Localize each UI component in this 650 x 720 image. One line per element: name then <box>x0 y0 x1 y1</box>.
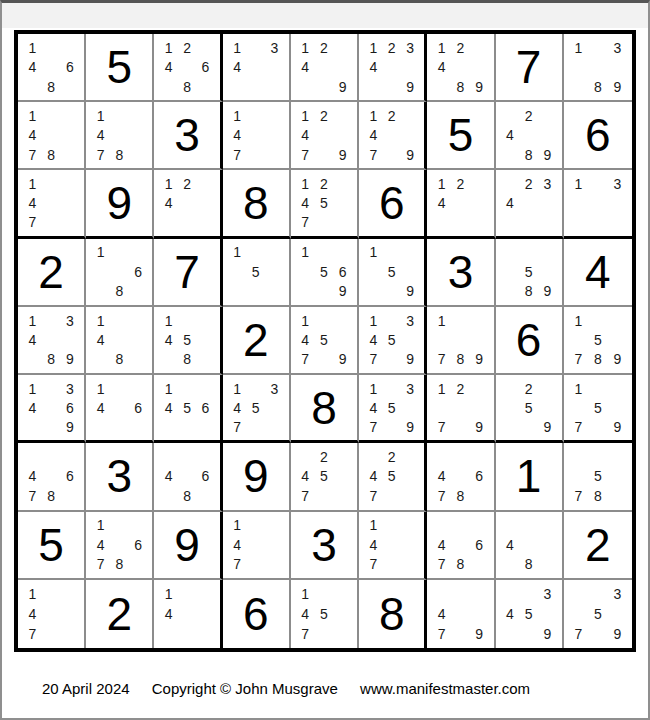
empty-slot <box>315 584 334 604</box>
empty-slot <box>23 417 42 436</box>
candidate-9: 9 <box>401 145 419 164</box>
cell-r8c5[interactable]: 3 <box>291 512 359 580</box>
candidate-grid: 1478 <box>18 102 84 168</box>
empty-slot <box>42 38 61 57</box>
candidate-2: 2 <box>383 447 401 466</box>
candidate-grid: 146 <box>86 375 152 440</box>
cell-r2c5[interactable]: 12479 <box>291 102 359 170</box>
candidate-grid: 2457 <box>291 443 357 509</box>
candidate-8: 8 <box>110 281 129 300</box>
candidate-4: 4 <box>364 467 382 486</box>
empty-slot <box>451 417 470 436</box>
cell-r5c2[interactable]: 148 <box>86 307 154 375</box>
candidate-1: 1 <box>296 174 315 193</box>
empty-slot <box>383 486 401 505</box>
cell-r5c8[interactable]: 6 <box>496 307 564 375</box>
candidate-6: 6 <box>60 467 79 486</box>
empty-slot <box>110 330 129 349</box>
cell-r5c1[interactable]: 13489 <box>18 307 86 375</box>
candidate-grid: 1279 <box>427 375 493 440</box>
empty-slot <box>60 174 79 193</box>
cell-r3c8[interactable]: 234 <box>496 170 564 238</box>
candidate-1: 1 <box>364 379 382 398</box>
cell-value: 2 <box>18 239 84 305</box>
empty-slot <box>228 262 247 281</box>
cell-r3c6[interactable]: 6 <box>359 170 427 238</box>
cell-r4c6[interactable]: 159 <box>359 239 427 307</box>
cell-r8c3[interactable]: 9 <box>154 512 222 580</box>
cell-r3c3[interactable]: 124 <box>154 170 222 238</box>
cell-r8c2[interactable]: 14678 <box>86 512 154 580</box>
candidate-7: 7 <box>364 554 382 573</box>
empty-slot <box>60 38 79 57</box>
candidate-3: 3 <box>401 379 419 398</box>
candidate-1: 1 <box>569 38 588 57</box>
empty-slot <box>608 398 627 417</box>
cell-r9c7[interactable]: 479 <box>427 580 495 648</box>
cell-r5c6[interactable]: 134579 <box>359 307 427 375</box>
cell-r3c7[interactable]: 124 <box>427 170 495 238</box>
empty-slot <box>451 516 470 535</box>
cell-r1c3[interactable]: 12468 <box>154 34 222 102</box>
empty-slot <box>129 311 148 330</box>
empty-slot <box>42 417 61 436</box>
empty-slot <box>470 330 489 349</box>
empty-slot <box>501 106 520 125</box>
empty-slot <box>42 106 61 125</box>
candidate-grid: 159 <box>359 239 424 305</box>
empty-slot <box>265 77 284 96</box>
cell-r7c2[interactable]: 3 <box>86 443 154 511</box>
footer-date: 20 April 2024 <box>42 680 130 697</box>
empty-slot <box>265 398 284 417</box>
empty-slot <box>42 213 61 232</box>
cell-r9c9[interactable]: 3579 <box>564 580 632 648</box>
candidate-7: 7 <box>364 486 382 505</box>
empty-slot <box>519 213 538 232</box>
candidate-grid: 48 <box>496 512 562 578</box>
cell-r8c6[interactable]: 147 <box>359 512 427 580</box>
empty-slot <box>401 398 419 417</box>
cell-r6c7[interactable]: 1279 <box>427 375 495 443</box>
cell-r3c4[interactable]: 8 <box>223 170 291 238</box>
empty-slot <box>451 311 470 330</box>
candidate-9: 9 <box>538 417 557 436</box>
cell-r4c2[interactable]: 168 <box>86 239 154 307</box>
candidate-7: 7 <box>432 417 451 436</box>
candidate-grid: 234 <box>496 170 562 235</box>
empty-slot <box>91 350 110 369</box>
empty-slot <box>315 243 334 262</box>
empty-slot <box>470 379 489 398</box>
cell-r9c5[interactable]: 1457 <box>291 580 359 648</box>
cell-r6c8[interactable]: 259 <box>496 375 564 443</box>
empty-slot <box>383 281 401 300</box>
candidate-grid: 14678 <box>86 512 152 578</box>
candidate-6: 6 <box>470 467 489 486</box>
candidate-1: 1 <box>159 584 177 604</box>
candidate-8: 8 <box>178 350 196 369</box>
empty-slot <box>315 77 334 96</box>
empty-slot <box>470 398 489 417</box>
candidate-4: 4 <box>159 57 177 76</box>
cell-r1c1[interactable]: 1468 <box>18 34 86 102</box>
cell-r2c4[interactable]: 147 <box>223 102 291 170</box>
cell-value: 9 <box>154 512 219 578</box>
cell-r5c9[interactable]: 15789 <box>564 307 632 375</box>
empty-slot <box>42 194 61 213</box>
cell-r1c8[interactable]: 7 <box>496 34 564 102</box>
cell-r3c1[interactable]: 147 <box>18 170 86 238</box>
candidate-8: 8 <box>42 350 61 369</box>
cell-r3c2[interactable]: 9 <box>86 170 154 238</box>
empty-slot <box>333 486 352 505</box>
empty-slot <box>196 38 214 57</box>
cell-r4c9[interactable]: 4 <box>564 239 632 307</box>
candidate-1: 1 <box>23 584 42 604</box>
candidate-3: 3 <box>265 38 284 57</box>
cell-r2c3[interactable]: 3 <box>154 102 222 170</box>
empty-slot <box>569 584 588 604</box>
cell-r1c7[interactable]: 12489 <box>427 34 495 102</box>
candidate-grid: 147 <box>223 102 289 168</box>
empty-slot <box>451 535 470 554</box>
cell-r2c1[interactable]: 1478 <box>18 102 86 170</box>
cell-r6c6[interactable]: 134579 <box>359 375 427 443</box>
candidate-1: 1 <box>364 106 382 125</box>
empty-slot <box>315 350 334 369</box>
cell-r4c7[interactable]: 3 <box>427 239 495 307</box>
cell-r4c4[interactable]: 15 <box>223 239 291 307</box>
candidate-grid: 13457 <box>223 375 289 440</box>
candidate-4: 4 <box>91 330 110 349</box>
cell-r9c3[interactable]: 14 <box>154 580 222 648</box>
cell-r7c3[interactable]: 468 <box>154 443 222 511</box>
candidate-grid: 2489 <box>496 102 562 168</box>
empty-slot <box>196 604 214 624</box>
cell-r6c4[interactable]: 13457 <box>223 375 291 443</box>
empty-slot <box>501 174 520 193</box>
cell-r7c9[interactable]: 578 <box>564 443 632 511</box>
candidate-7: 7 <box>432 350 451 369</box>
cell-r7c4[interactable]: 9 <box>223 443 291 511</box>
empty-slot <box>333 584 352 604</box>
cell-value: 7 <box>496 34 562 100</box>
empty-slot <box>42 467 61 486</box>
candidate-5: 5 <box>178 330 196 349</box>
cell-r9c1[interactable]: 147 <box>18 580 86 648</box>
candidate-9: 9 <box>538 624 557 644</box>
candidate-grid: 134579 <box>359 375 424 440</box>
empty-slot <box>228 281 247 300</box>
cell-r1c6[interactable]: 12349 <box>359 34 427 102</box>
candidate-1: 1 <box>364 38 382 57</box>
candidate-9: 9 <box>470 624 489 644</box>
candidate-grid: 14 <box>154 580 219 648</box>
cell-r8c9[interactable]: 2 <box>564 512 632 580</box>
candidate-7: 7 <box>23 624 42 644</box>
empty-slot <box>432 398 451 417</box>
candidate-4: 4 <box>228 126 247 145</box>
candidate-1: 1 <box>296 38 315 57</box>
candidate-7: 7 <box>569 350 588 369</box>
candidate-1: 1 <box>569 174 588 193</box>
candidate-5: 5 <box>315 194 334 213</box>
empty-slot <box>333 174 352 193</box>
empty-slot <box>432 516 451 535</box>
empty-slot <box>42 174 61 193</box>
empty-slot <box>519 194 538 213</box>
empty-slot <box>196 584 214 604</box>
cell-r9c6[interactable]: 8 <box>359 580 427 648</box>
candidate-5: 5 <box>246 262 265 281</box>
candidate-grid: 12479 <box>359 102 424 168</box>
candidate-1: 1 <box>296 243 315 262</box>
cell-r2c2[interactable]: 1478 <box>86 102 154 170</box>
candidate-grid: 147 <box>359 512 424 578</box>
empty-slot <box>608 330 627 349</box>
cell-r8c4[interactable]: 147 <box>223 512 291 580</box>
empty-slot <box>23 77 42 96</box>
candidate-7: 7 <box>296 486 315 505</box>
cell-r3c5[interactable]: 12457 <box>291 170 359 238</box>
cell-r5c4[interactable]: 2 <box>223 307 291 375</box>
empty-slot <box>501 243 520 262</box>
cell-r1c4[interactable]: 134 <box>223 34 291 102</box>
candidate-4: 4 <box>501 194 520 213</box>
cell-r4c5[interactable]: 1569 <box>291 239 359 307</box>
cell-r1c9[interactable]: 1389 <box>564 34 632 102</box>
candidate-9: 9 <box>333 77 352 96</box>
cell-r7c5[interactable]: 2457 <box>291 443 359 511</box>
cell-r4c8[interactable]: 589 <box>496 239 564 307</box>
empty-slot <box>129 516 148 535</box>
cell-r8c7[interactable]: 4678 <box>427 512 495 580</box>
candidate-9: 9 <box>401 77 419 96</box>
empty-slot <box>432 330 451 349</box>
candidate-2: 2 <box>519 106 538 125</box>
empty-slot <box>129 417 148 436</box>
empty-slot <box>196 379 214 398</box>
candidate-7: 7 <box>569 486 588 505</box>
empty-slot <box>42 57 61 76</box>
empty-slot <box>451 213 470 232</box>
empty-slot <box>129 350 148 369</box>
empty-slot <box>401 57 419 76</box>
empty-slot <box>159 213 177 232</box>
empty-slot <box>178 447 196 466</box>
cell-r4c1[interactable]: 2 <box>18 239 86 307</box>
cell-r8c1[interactable]: 5 <box>18 512 86 580</box>
candidate-4: 4 <box>228 57 247 76</box>
cell-r7c6[interactable]: 2457 <box>359 443 427 511</box>
empty-slot <box>608 486 627 505</box>
candidate-4: 4 <box>432 467 451 486</box>
cell-r6c2[interactable]: 146 <box>86 375 154 443</box>
candidate-6: 6 <box>129 398 148 417</box>
candidate-7: 7 <box>228 417 247 436</box>
candidate-4: 4 <box>296 467 315 486</box>
empty-slot <box>60 447 79 466</box>
candidate-grid: 3579 <box>564 580 632 648</box>
empty-slot <box>364 262 382 281</box>
empty-slot <box>569 57 588 76</box>
candidate-8: 8 <box>588 486 607 505</box>
candidate-grid: 3459 <box>496 580 562 648</box>
candidate-grid: 578 <box>564 443 632 509</box>
candidate-5: 5 <box>383 467 401 486</box>
cell-r6c9[interactable]: 1579 <box>564 375 632 443</box>
cell-r1c5[interactable]: 1249 <box>291 34 359 102</box>
cell-r5c5[interactable]: 14579 <box>291 307 359 375</box>
empty-slot <box>315 486 334 505</box>
empty-slot <box>265 243 284 262</box>
footer: 20 April 2024 Copyright © John Musgrave … <box>42 680 530 697</box>
empty-slot <box>60 213 79 232</box>
empty-slot <box>451 624 470 644</box>
cell-r5c3[interactable]: 1458 <box>154 307 222 375</box>
candidate-grid: 168 <box>86 239 152 305</box>
empty-slot <box>569 467 588 486</box>
cell-r3c9[interactable]: 13 <box>564 170 632 238</box>
candidate-grid: 134579 <box>359 307 424 373</box>
empty-slot <box>588 624 607 644</box>
candidate-9: 9 <box>401 417 419 436</box>
candidate-8: 8 <box>110 554 129 573</box>
empty-slot <box>470 57 489 76</box>
cell-r2c9[interactable]: 6 <box>564 102 632 170</box>
empty-slot <box>608 194 627 213</box>
cell-r6c5[interactable]: 8 <box>291 375 359 443</box>
empty-slot <box>246 106 265 125</box>
cell-r9c4[interactable]: 6 <box>223 580 291 648</box>
cell-r6c1[interactable]: 13469 <box>18 375 86 443</box>
cell-r7c7[interactable]: 4678 <box>427 443 495 511</box>
footer-website: www.manifestmaster.com <box>360 680 530 697</box>
candidate-4: 4 <box>364 398 382 417</box>
candidate-4: 4 <box>296 194 315 213</box>
empty-slot <box>538 106 557 125</box>
candidate-1: 1 <box>228 516 247 535</box>
empty-slot <box>42 624 61 644</box>
candidate-6: 6 <box>60 398 79 417</box>
empty-slot <box>129 554 148 573</box>
empty-slot <box>110 398 129 417</box>
candidate-1: 1 <box>91 243 110 262</box>
empty-slot <box>588 213 607 232</box>
empty-slot <box>333 57 352 76</box>
candidate-9: 9 <box>470 350 489 369</box>
candidate-4: 4 <box>23 467 42 486</box>
candidate-5: 5 <box>588 467 607 486</box>
cell-r7c1[interactable]: 4678 <box>18 443 86 511</box>
empty-slot <box>588 38 607 57</box>
cell-value: 2 <box>86 580 152 648</box>
empty-slot <box>60 194 79 213</box>
empty-slot <box>383 417 401 436</box>
empty-slot <box>246 145 265 164</box>
candidate-7: 7 <box>23 145 42 164</box>
cell-r2c7[interactable]: 5 <box>427 102 495 170</box>
empty-slot <box>246 535 265 554</box>
candidate-grid: 4678 <box>427 443 493 509</box>
empty-slot <box>110 535 129 554</box>
candidate-9: 9 <box>470 417 489 436</box>
candidate-1: 1 <box>228 379 247 398</box>
cell-r8c8[interactable]: 48 <box>496 512 564 580</box>
empty-slot <box>23 350 42 369</box>
cell-r6c3[interactable]: 1456 <box>154 375 222 443</box>
empty-slot <box>538 398 557 417</box>
candidate-grid: 4678 <box>427 512 493 578</box>
empty-slot <box>110 379 129 398</box>
cell-r2c6[interactable]: 12479 <box>359 102 427 170</box>
cell-r9c2[interactable]: 2 <box>86 580 154 648</box>
empty-slot <box>501 584 520 604</box>
empty-slot <box>196 77 214 96</box>
candidate-6: 6 <box>60 57 79 76</box>
candidate-grid: 147 <box>18 170 84 235</box>
empty-slot <box>401 106 419 125</box>
page-top-band <box>2 3 648 28</box>
candidate-1: 1 <box>569 379 588 398</box>
cell-r1c2[interactable]: 5 <box>86 34 154 102</box>
empty-slot <box>129 330 148 349</box>
cell-r2c8[interactable]: 2489 <box>496 102 564 170</box>
candidate-grid: 259 <box>496 375 562 440</box>
empty-slot <box>333 213 352 232</box>
candidate-2: 2 <box>451 379 470 398</box>
cell-r7c8[interactable]: 1 <box>496 443 564 511</box>
empty-slot <box>569 330 588 349</box>
empty-slot <box>196 194 214 213</box>
cell-r5c7[interactable]: 1789 <box>427 307 495 375</box>
candidate-grid: 589 <box>496 239 562 305</box>
empty-slot <box>178 379 196 398</box>
candidate-1: 1 <box>159 311 177 330</box>
cell-r4c3[interactable]: 7 <box>154 239 222 307</box>
empty-slot <box>538 213 557 232</box>
empty-slot <box>569 194 588 213</box>
candidate-3: 3 <box>60 311 79 330</box>
empty-slot <box>470 194 489 213</box>
candidate-2: 2 <box>315 174 334 193</box>
candidate-1: 1 <box>91 516 110 535</box>
candidate-grid: 4678 <box>18 443 84 509</box>
candidate-9: 9 <box>538 145 557 164</box>
empty-slot <box>401 330 419 349</box>
cell-value: 9 <box>223 443 289 509</box>
candidate-4: 4 <box>296 330 315 349</box>
empty-slot <box>588 194 607 213</box>
candidate-8: 8 <box>42 145 61 164</box>
empty-slot <box>383 57 401 76</box>
empty-slot <box>60 77 79 96</box>
puzzle-page: 1468512468134124912349124897138914781478… <box>0 0 650 720</box>
empty-slot <box>470 584 489 604</box>
empty-slot <box>451 398 470 417</box>
candidate-4: 4 <box>91 126 110 145</box>
candidate-grid: 1478 <box>86 102 152 168</box>
cell-r9c8[interactable]: 3459 <box>496 580 564 648</box>
candidate-2: 2 <box>383 38 401 57</box>
candidate-9: 9 <box>60 417 79 436</box>
candidate-grid: 1579 <box>564 375 632 440</box>
empty-slot <box>42 447 61 466</box>
empty-slot <box>519 126 538 145</box>
candidate-1: 1 <box>23 38 42 57</box>
empty-slot <box>383 554 401 573</box>
